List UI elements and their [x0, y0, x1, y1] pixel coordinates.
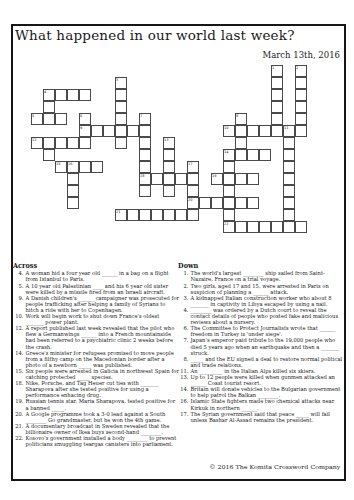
grid-cell[interactable] [295, 113, 307, 125]
cell-number: 18 [140, 174, 144, 178]
page: { "game": "crossword", "title": "What ha… [0, 0, 354, 500]
grid-cell[interactable] [235, 173, 247, 185]
cell-number: 20 [188, 198, 192, 202]
grid-cell[interactable] [163, 185, 175, 197]
grid-cell[interactable] [55, 113, 67, 125]
clue-number-label: 20. [13, 410, 26, 422]
grid-cell[interactable] [283, 161, 295, 173]
clue-text: Nike, Porsche, and Tag Heuer cut ties wi… [26, 380, 180, 398]
grid-cell[interactable] [103, 125, 115, 137]
cell-number: 16 [68, 162, 72, 166]
grid-cell[interactable] [163, 209, 175, 221]
across-clue-list: 4.A woman hid a four year old ______ in … [13, 270, 179, 447]
clue-item: 22.Kosovo's government installed a body … [13, 435, 179, 447]
clue-item: 21.A documentary broadcast in Sweden rev… [13, 423, 179, 435]
clue-number-label: 2. [178, 282, 191, 294]
grid-cell[interactable] [151, 173, 163, 185]
clue-item: 13.Up to 12 people were killed when gunm… [178, 374, 343, 386]
clue-item: 14.Greece's minister for refugees promis… [13, 349, 179, 367]
grid-cell[interactable] [235, 125, 247, 137]
grid-cell[interactable] [247, 149, 259, 161]
grid-cell[interactable] [115, 113, 127, 125]
copyright-footer: © 2016 The Komita Crossword Company [209, 463, 340, 471]
clue-text: A Danish children's ______ campaigner wa… [26, 295, 180, 313]
grid-cell[interactable] [271, 77, 283, 89]
grid-cell[interactable] [235, 137, 247, 149]
grid-cell[interactable] [139, 209, 151, 221]
cell-number: 19 [212, 174, 216, 178]
clue-number-label: 4. [13, 270, 26, 282]
grid-cell[interactable] [223, 197, 235, 209]
grid-cell[interactable] [283, 173, 295, 185]
clue-item: 8._____ and the EU signed a deal to rest… [178, 356, 343, 368]
clue-text: Japan's emperor paid tribute to the 19,0… [191, 337, 344, 355]
clue-number-label: 9. [13, 295, 26, 313]
grid-cell[interactable] [247, 221, 259, 233]
grid-cell[interactable] [223, 161, 235, 173]
page-title: What happened in our world last week? [15, 27, 295, 43]
clue-number-label: 6. [178, 325, 191, 337]
clue-text: The Committee to Protect Journalists wro… [191, 325, 344, 337]
down-clue-list: 1.The world's largest ________ ship sail… [178, 270, 343, 423]
grid-cell[interactable] [295, 125, 307, 137]
grid-cell[interactable] [115, 101, 127, 113]
grid-cell[interactable] [43, 137, 55, 149]
clue-text: Six people were arrested in Galicia in n… [26, 368, 180, 380]
grid-cell[interactable] [55, 89, 67, 101]
grid-cell[interactable] [67, 137, 79, 149]
grid-cell[interactable] [91, 125, 103, 137]
grid-cell[interactable] [151, 209, 163, 221]
grid-cell[interactable] [283, 149, 295, 161]
crossword-grid: 45910121415181920212212367811131617 [31, 65, 307, 233]
grid-cell[interactable] [247, 173, 259, 185]
clue-text: Two girls, aged 17 and 15, were arrested… [191, 282, 344, 294]
across-clues-section: Across 4.A woman hid a four year old ___… [13, 263, 179, 447]
grid-cell[interactable] [283, 185, 295, 197]
clue-text: Up to 12 people were killed when gunmen … [191, 374, 344, 386]
clue-number-label: 8. [178, 356, 191, 368]
clue-text: A documentary broadcast in Sweden reveal… [26, 423, 180, 435]
clue-text: Islamic State fighters made two chemical… [191, 398, 344, 410]
clue-item: 4.________ was ordered by a Dutch court … [178, 307, 343, 325]
grid-cell[interactable] [115, 125, 127, 137]
grid-cell[interactable] [175, 173, 187, 185]
down-clues-section: Down 1.The world's largest ________ ship… [178, 263, 343, 423]
clue-item: 2.Two girls, aged 17 and 15, were arrest… [178, 282, 343, 294]
grid-cell[interactable] [199, 197, 211, 209]
clue-item: 10.Work will begin work to shut down Fra… [13, 313, 179, 325]
clue-item: 7.Japan's emperor paid tribute to the 19… [178, 337, 343, 355]
grid-cell[interactable] [283, 221, 295, 233]
clue-number-label: 14. [178, 386, 191, 398]
grid-cell[interactable] [271, 125, 283, 137]
cell-number: 2 [296, 66, 298, 70]
cell-number: 6 [80, 114, 82, 118]
clue-text: The world's largest ________ ship sailed… [191, 270, 344, 282]
clue-number-label: 3. [178, 295, 191, 307]
clue-item: 6.The Committee to Protect Journalists w… [178, 325, 343, 337]
grid-cell[interactable] [295, 77, 307, 89]
grid-cell[interactable] [163, 161, 175, 173]
grid-cell[interactable] [139, 161, 151, 173]
grid-cell[interactable] [139, 149, 151, 161]
grid-cell[interactable] [187, 209, 199, 221]
grid-cell[interactable] [187, 185, 199, 197]
clue-item: 4.A woman hid a four year old ______ in … [13, 270, 179, 282]
clue-number-label: 1. [178, 270, 191, 282]
grid-cell[interactable] [127, 209, 139, 221]
grid-cell[interactable] [127, 125, 139, 137]
grid-cell[interactable] [271, 221, 283, 233]
grid-cell[interactable] [295, 101, 307, 113]
clue-text: Russian tennis star, Maria Sharapova, te… [26, 398, 180, 410]
grid-cell[interactable] [271, 113, 283, 125]
cell-number: 14 [224, 150, 228, 154]
clue-item: 20.A Google programme took a 3-0 lead ag… [13, 410, 179, 422]
clue-item: 15.Six people were arrested in Galicia i… [13, 368, 179, 380]
cell-number: 10 [224, 126, 228, 130]
clue-text: A woman hid a four year old ______ in a … [26, 270, 180, 282]
clue-number-label: 13. [178, 374, 191, 386]
clue-number-label: 17. [178, 410, 191, 422]
grid-cell[interactable] [79, 89, 91, 101]
clue-number-label: 12. [13, 325, 26, 349]
clue-item: 16.Islamic State fighters made two chemi… [178, 398, 343, 410]
grid-cell[interactable] [235, 197, 247, 209]
puzzle-date: March 13th, 2016 [262, 50, 340, 60]
grid-cell[interactable] [163, 173, 175, 185]
clue-number-label: 14. [13, 349, 26, 367]
grid-cell[interactable] [259, 221, 271, 233]
grid-cell[interactable] [115, 137, 127, 149]
cell-number: 11 [284, 126, 288, 130]
cell-number: 1 [272, 66, 274, 70]
clue-text: Britain will donate vehicles to the Bulg… [191, 386, 344, 398]
cell-number: 9 [80, 126, 82, 130]
grid-cell[interactable] [43, 149, 55, 161]
clue-number-label: 10. [13, 313, 26, 325]
grid-cell[interactable] [55, 137, 67, 149]
clue-item: 12.A report published last week revealed… [13, 325, 179, 349]
grid-cell[interactable] [79, 137, 91, 149]
grid-cell[interactable] [187, 173, 199, 185]
clue-text: The Syrian government said that peace __… [191, 410, 344, 422]
grid-cell[interactable] [247, 125, 259, 137]
cell-number: 7 [140, 114, 142, 118]
cell-number: 5 [32, 114, 34, 118]
grid-cell[interactable] [247, 197, 259, 209]
cell-number: 15 [56, 162, 60, 166]
down-heading: Down [178, 263, 343, 269]
grid-cell[interactable] [271, 101, 283, 113]
clue-item: 1.The world's largest ________ ship sail… [178, 270, 343, 282]
clue-item: 18.Nike, Porsche, and Tag Heuer cut ties… [13, 380, 179, 398]
cell-number: 4 [44, 90, 46, 94]
grid-cell[interactable] [163, 149, 175, 161]
clue-item: 9.A Danish children's ______ campaigner … [13, 295, 179, 313]
grid-cell[interactable] [295, 221, 307, 233]
grid-cell[interactable] [67, 197, 79, 209]
grid-cell[interactable] [295, 89, 307, 101]
clue-text: A kidnapped Italian construction worker … [191, 295, 344, 307]
grid-cell[interactable] [259, 125, 271, 137]
cell-number: 12 [32, 138, 36, 142]
grid-cell[interactable] [139, 125, 151, 137]
cell-number: 3 [116, 78, 118, 82]
grid-cell[interactable] [175, 209, 187, 221]
clue-number-label: 5. [13, 282, 26, 294]
clue-item: 5.A 10 year old Palestinian ____ and his… [13, 282, 179, 294]
grid-cell[interactable] [67, 89, 79, 101]
grid-cell[interactable] [79, 161, 91, 173]
grid-cell[interactable] [235, 221, 247, 233]
grid-cell[interactable] [67, 173, 79, 185]
grid-cell[interactable] [139, 185, 151, 197]
clue-number-label: 19. [13, 398, 26, 410]
cell-number: 21 [116, 210, 120, 214]
clue-text: Greece's minister for refugees promised … [26, 349, 180, 367]
clue-text: A 10 year old Palestinian ____ and his 6… [26, 282, 180, 294]
grid-cell[interactable] [271, 89, 283, 101]
grid-cell[interactable] [235, 149, 247, 161]
clue-text: _____ and the EU signed a deal to restor… [191, 356, 344, 368]
clue-number-label: 7. [178, 337, 191, 355]
grid-cell[interactable] [283, 137, 295, 149]
cell-number: 13 [164, 138, 168, 142]
grid-cell[interactable] [67, 185, 79, 197]
grid-cell[interactable] [259, 149, 271, 161]
clue-text: A Google programme took a 3-0 lead again… [26, 410, 180, 422]
clue-item: 19.Russian tennis star, Maria Sharapova,… [13, 398, 179, 410]
clue-item: 17.The Syrian government said that peace… [178, 410, 343, 422]
grid-cell[interactable] [283, 197, 295, 209]
cell-number: 8 [236, 114, 238, 118]
clue-number-label: 16. [178, 398, 191, 410]
clue-number-label: 15. [13, 368, 26, 380]
cell-number: 22 [224, 222, 228, 226]
clue-number-label: 21. [13, 423, 26, 435]
clue-number-label: 18. [13, 380, 26, 398]
grid-cell[interactable] [223, 209, 235, 221]
cell-number: 17 [188, 162, 192, 166]
clue-item: 14.Britain will donate vehicles to the B… [178, 386, 343, 398]
grid-cell[interactable] [139, 137, 151, 149]
clue-item: 3.A kidnapped Italian construction worke… [178, 295, 343, 307]
grid-cell[interactable] [283, 209, 295, 221]
clue-text: ________ was ordered by a Dutch court to… [191, 307, 344, 325]
clue-number-label: 4. [178, 307, 191, 325]
grid-cell[interactable] [43, 113, 55, 125]
grid-cell[interactable] [223, 173, 235, 185]
grid-cell[interactable] [223, 185, 235, 197]
clue-text: Kosovo's government installed a body ___… [26, 435, 180, 447]
grid-cell[interactable] [211, 197, 223, 209]
clue-text: Work will begin work to shut down France… [26, 313, 180, 325]
across-heading: Across [13, 263, 179, 269]
grid-cell[interactable] [115, 89, 127, 101]
clue-number-label: 22. [13, 435, 26, 447]
grid-cell[interactable] [43, 101, 55, 113]
grid-cell[interactable] [91, 161, 103, 173]
clue-text: A report published last week revealed th… [26, 325, 180, 349]
